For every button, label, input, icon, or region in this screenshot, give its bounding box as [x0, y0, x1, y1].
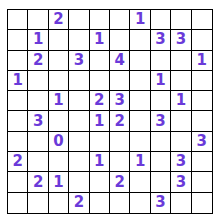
cell-r4c3[interactable] — [69, 91, 89, 111]
cell-r4c8-clue-1[interactable]: 1 — [171, 91, 191, 111]
cell-r8c5-clue-2[interactable]: 2 — [110, 172, 130, 192]
cell-r8c0[interactable] — [8, 172, 28, 192]
cell-r2c7[interactable] — [151, 51, 171, 71]
cell-r9c1[interactable] — [28, 193, 48, 213]
cell-r7c9[interactable] — [192, 152, 212, 172]
cell-r6c6[interactable] — [130, 132, 150, 152]
cell-r5c4-clue-1[interactable]: 1 — [90, 111, 110, 131]
cell-r2c6[interactable] — [130, 51, 150, 71]
cell-r4c1[interactable] — [28, 91, 48, 111]
cell-r8c9[interactable] — [192, 172, 212, 192]
puzzle-grid: 21113323411112313123032113212323 — [7, 9, 213, 214]
cell-r2c2[interactable] — [49, 51, 69, 71]
cell-r4c0[interactable] — [8, 91, 28, 111]
cell-r9c2[interactable] — [49, 193, 69, 213]
cell-r8c1-clue-2[interactable]: 2 — [28, 172, 48, 192]
cell-r3c5[interactable] — [110, 71, 130, 91]
cell-r1c5[interactable] — [110, 30, 130, 50]
cell-r6c5[interactable] — [110, 132, 130, 152]
cell-r1c3[interactable] — [69, 30, 89, 50]
cell-r0c5[interactable] — [110, 10, 130, 30]
cell-r3c8[interactable] — [171, 71, 191, 91]
cell-r2c3-clue-3[interactable]: 3 — [69, 51, 89, 71]
cell-r5c2[interactable] — [49, 111, 69, 131]
cell-r0c0[interactable] — [8, 10, 28, 30]
cell-r1c1-clue-1[interactable]: 1 — [28, 30, 48, 50]
cell-r7c2[interactable] — [49, 152, 69, 172]
cell-r3c3[interactable] — [69, 71, 89, 91]
cell-r9c6[interactable] — [130, 193, 150, 213]
cell-r8c8-clue-3[interactable]: 3 — [171, 172, 191, 192]
cell-r5c3[interactable] — [69, 111, 89, 131]
cell-r5c1-clue-3[interactable]: 3 — [28, 111, 48, 131]
cell-r5c8[interactable] — [171, 111, 191, 131]
cell-r3c6[interactable] — [130, 71, 150, 91]
cell-r6c3[interactable] — [69, 132, 89, 152]
cell-r2c1-clue-2[interactable]: 2 — [28, 51, 48, 71]
cell-r6c1[interactable] — [28, 132, 48, 152]
cell-r8c4[interactable] — [90, 172, 110, 192]
cell-r9c8[interactable] — [171, 193, 191, 213]
cell-r6c9-clue-3[interactable]: 3 — [192, 132, 212, 152]
cell-r0c1[interactable] — [28, 10, 48, 30]
cell-r2c9-clue-1[interactable]: 1 — [192, 51, 212, 71]
cell-r7c6-clue-1[interactable]: 1 — [130, 152, 150, 172]
cell-r4c4-clue-2[interactable]: 2 — [90, 91, 110, 111]
cell-r0c4[interactable] — [90, 10, 110, 30]
cell-r0c7[interactable] — [151, 10, 171, 30]
cell-r5c7-clue-3[interactable]: 3 — [151, 111, 171, 131]
cell-r8c2-clue-1[interactable]: 1 — [49, 172, 69, 192]
cell-r1c4-clue-1[interactable]: 1 — [90, 30, 110, 50]
cell-r9c9[interactable] — [192, 193, 212, 213]
cell-r1c6[interactable] — [130, 30, 150, 50]
cell-r6c0[interactable] — [8, 132, 28, 152]
cell-r9c5[interactable] — [110, 193, 130, 213]
cell-r4c9[interactable] — [192, 91, 212, 111]
cell-r1c7-clue-3[interactable]: 3 — [151, 30, 171, 50]
cell-r6c8[interactable] — [171, 132, 191, 152]
cell-r3c7-clue-1[interactable]: 1 — [151, 71, 171, 91]
cell-r2c5-clue-4[interactable]: 4 — [110, 51, 130, 71]
cell-r0c8[interactable] — [171, 10, 191, 30]
cell-r0c2-clue-2[interactable]: 2 — [49, 10, 69, 30]
cell-r8c3[interactable] — [69, 172, 89, 192]
cell-r5c9[interactable] — [192, 111, 212, 131]
cell-r7c7[interactable] — [151, 152, 171, 172]
cell-r5c0[interactable] — [8, 111, 28, 131]
cell-r6c7[interactable] — [151, 132, 171, 152]
cell-r4c7[interactable] — [151, 91, 171, 111]
cell-r5c6[interactable] — [130, 111, 150, 131]
cell-r1c8-clue-3[interactable]: 3 — [171, 30, 191, 50]
cell-r4c6[interactable] — [130, 91, 150, 111]
cell-r3c4[interactable] — [90, 71, 110, 91]
cell-r4c5-clue-3[interactable]: 3 — [110, 91, 130, 111]
cell-r3c9[interactable] — [192, 71, 212, 91]
cell-r9c0[interactable] — [8, 193, 28, 213]
cell-r2c0[interactable] — [8, 51, 28, 71]
cell-r0c9[interactable] — [192, 10, 212, 30]
cell-r7c0-clue-2[interactable]: 2 — [8, 152, 28, 172]
cell-r1c2[interactable] — [49, 30, 69, 50]
cell-r0c3[interactable] — [69, 10, 89, 30]
cell-r1c9[interactable] — [192, 30, 212, 50]
cell-r3c0-clue-1[interactable]: 1 — [8, 71, 28, 91]
cell-r7c5[interactable] — [110, 152, 130, 172]
cell-r9c7-clue-3[interactable]: 3 — [151, 193, 171, 213]
cell-r7c3[interactable] — [69, 152, 89, 172]
cell-r6c4[interactable] — [90, 132, 110, 152]
cell-r7c4-clue-1[interactable]: 1 — [90, 152, 110, 172]
cell-r4c2-clue-1[interactable]: 1 — [49, 91, 69, 111]
cell-r2c8[interactable] — [171, 51, 191, 71]
cell-r3c2[interactable] — [49, 71, 69, 91]
cell-r5c5-clue-2[interactable]: 2 — [110, 111, 130, 131]
cell-r6c2-clue-0[interactable]: 0 — [49, 132, 69, 152]
cell-r2c4[interactable] — [90, 51, 110, 71]
cell-r7c8-clue-3[interactable]: 3 — [171, 152, 191, 172]
cell-r7c1[interactable] — [28, 152, 48, 172]
cell-r9c4[interactable] — [90, 193, 110, 213]
cell-r9c3-clue-2[interactable]: 2 — [69, 193, 89, 213]
cell-r8c7[interactable] — [151, 172, 171, 192]
cell-r3c1[interactable] — [28, 71, 48, 91]
cell-r8c6[interactable] — [130, 172, 150, 192]
cell-r0c6-clue-1[interactable]: 1 — [130, 10, 150, 30]
cell-r1c0[interactable] — [8, 30, 28, 50]
